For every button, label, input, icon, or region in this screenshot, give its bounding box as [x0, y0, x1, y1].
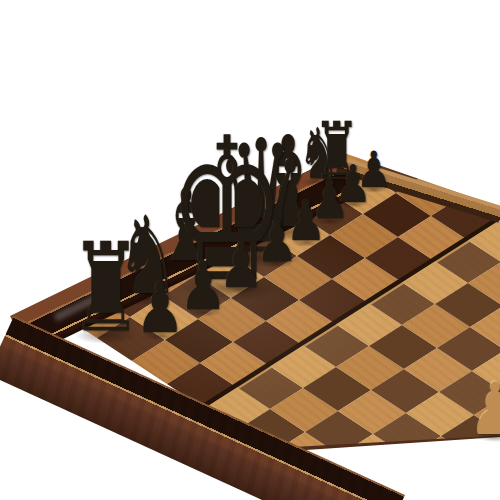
white-pawn-piece: ♟: [469, 373, 500, 445]
black-rook-piece: ♜: [70, 227, 142, 349]
pieces-layer: ♜♞♝♚♛♝♞♜♟♟♟♟♟♟♟♟♟: [0, 0, 500, 500]
chessboard-photo: ♜♞♝♚♛♝♞♜♟♟♟♟♟♟♟♟♟: [0, 0, 500, 500]
black-pawn-piece: ♟: [135, 273, 185, 343]
black-pawn-piece: ♟: [179, 253, 227, 320]
